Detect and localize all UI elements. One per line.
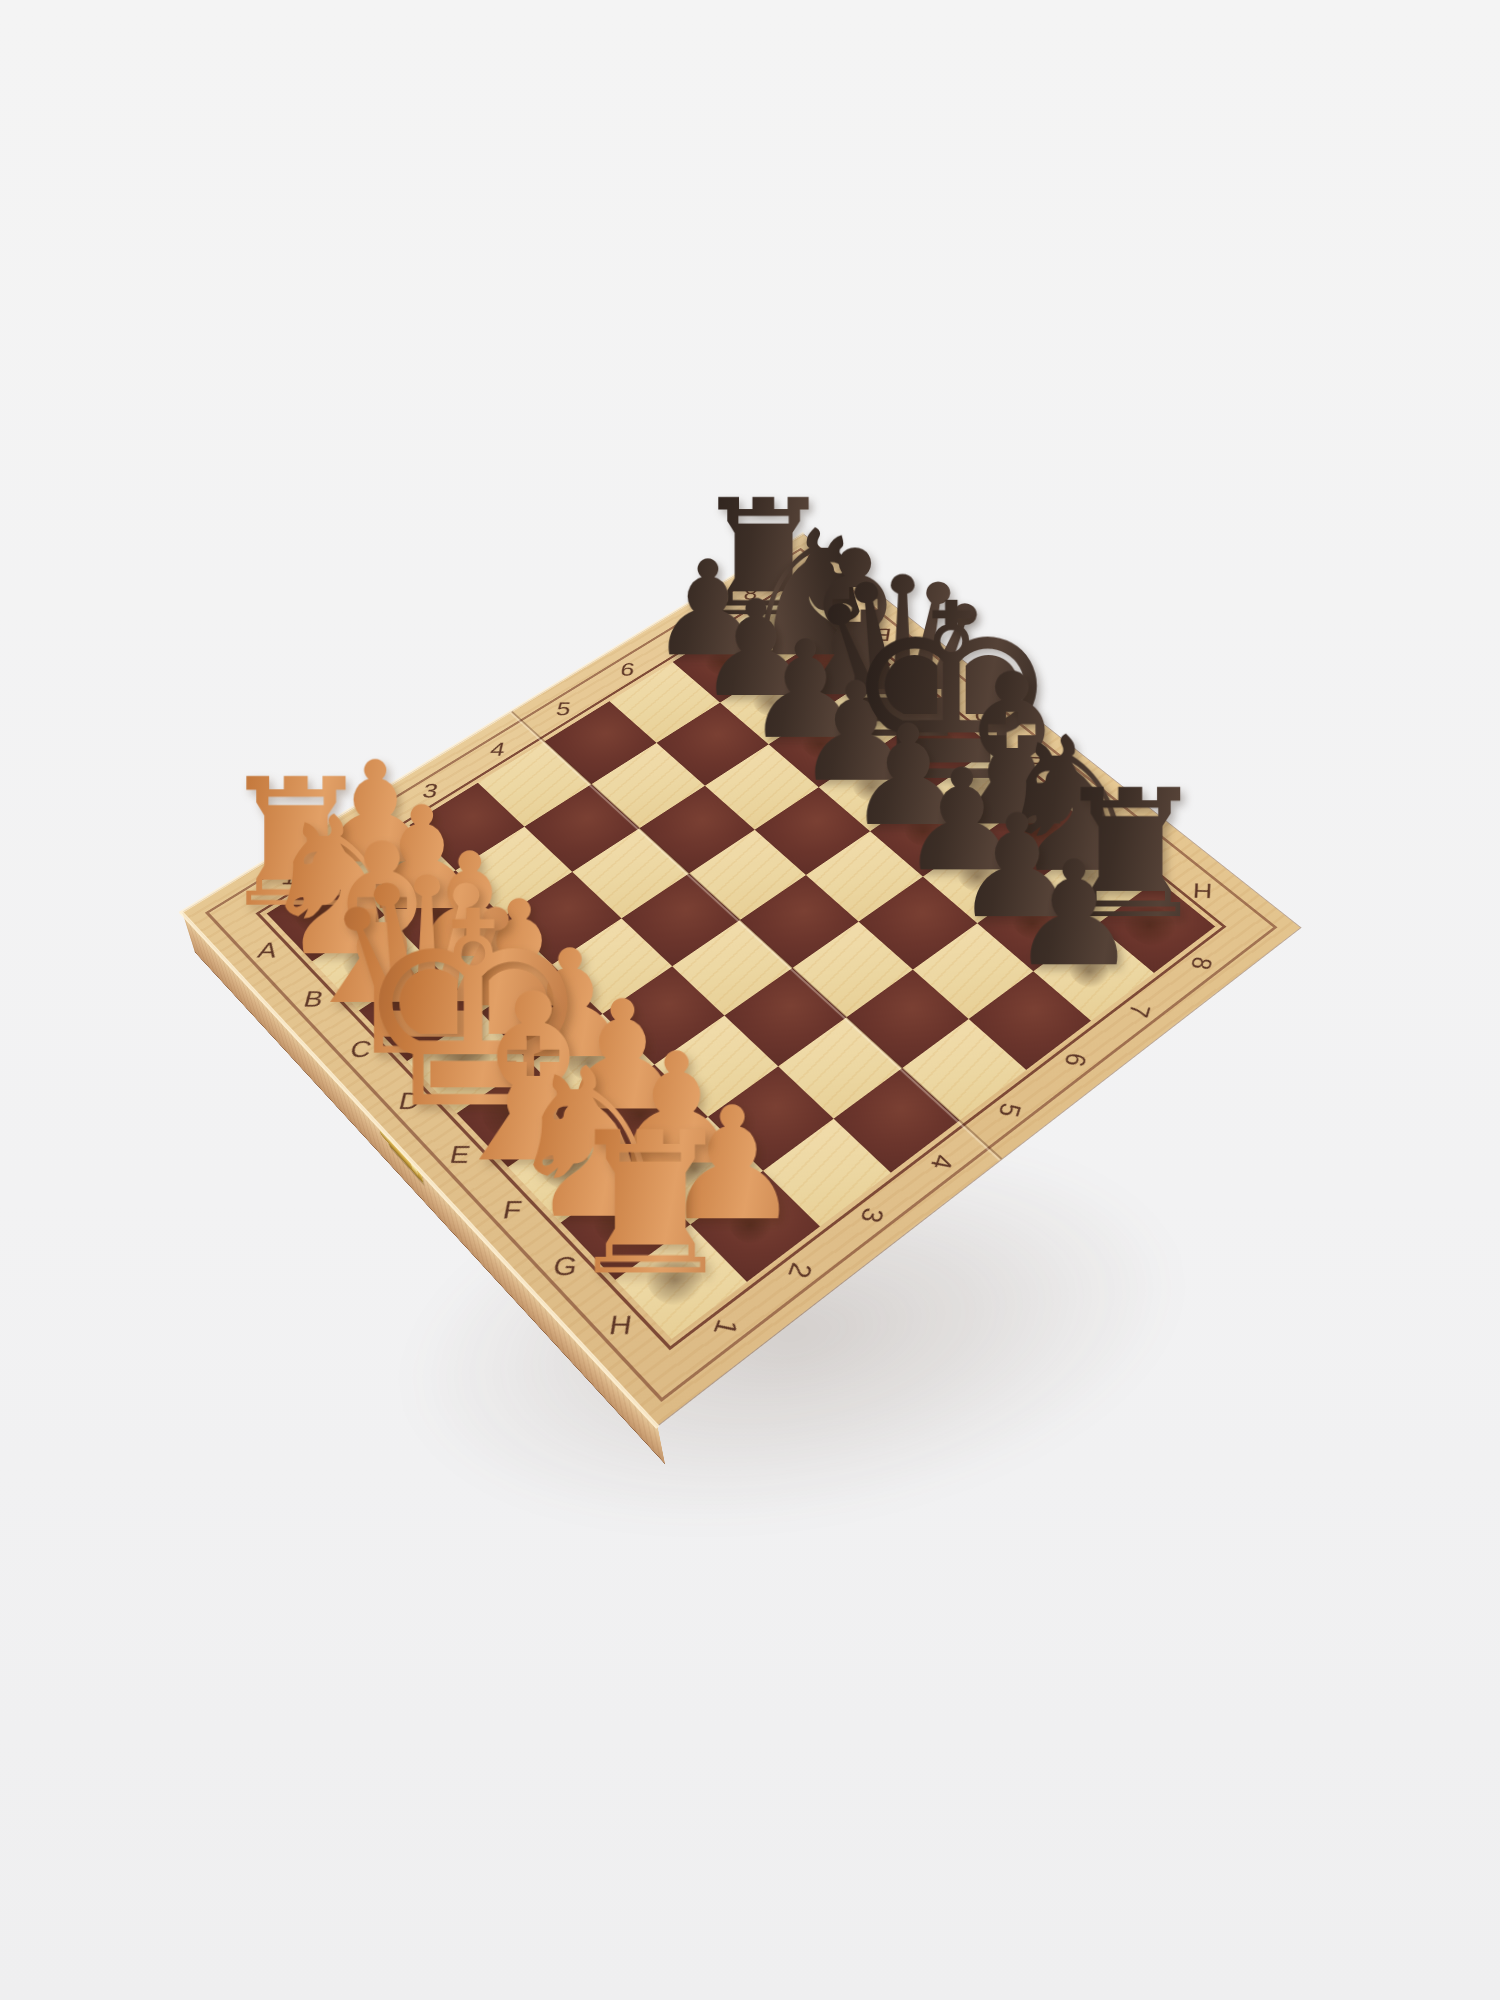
piece-black-pawn-h7: ♟ — [901, 842, 1248, 987]
piece-shadow-a7 — [698, 644, 749, 681]
piece-shadow-c8 — [849, 681, 912, 728]
scene: 87654321 87654321 ABCDEFGH ABCDEFGH ♜♞♝♛… — [0, 0, 1500, 2000]
piece-shadow-d8 — [894, 718, 968, 774]
product-photo: rnbqkbnr/pppppppp/8/8/8/8/PPPPPPPP/RNBQK… — [0, 0, 1500, 2000]
piece-shadow-c7 — [795, 725, 847, 764]
piece-shadow-a8 — [750, 600, 816, 648]
piece-white-rook-h1: ♜ — [460, 1107, 840, 1304]
piece-shadow-b7 — [746, 684, 797, 722]
chess-board: 87654321 87654321 ABCDEFGH ABCDEFGH ♜♞♝♛… — [182, 534, 1300, 1425]
piece-shadow-b8 — [800, 641, 862, 687]
